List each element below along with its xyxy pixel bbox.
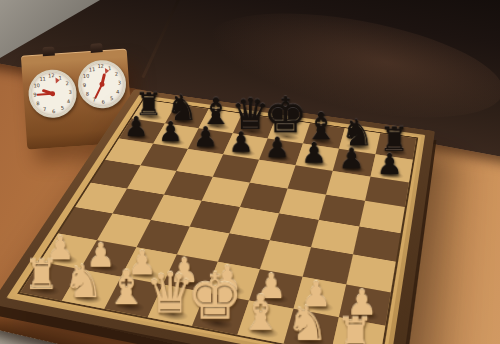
piece-black-pawn[interactable]: ♟ <box>158 118 183 145</box>
piece-white-bishop[interactable]: ♝ <box>105 265 147 312</box>
square-f7[interactable]: ♟ <box>296 144 339 171</box>
square-h7[interactable]: ♟ <box>371 154 413 182</box>
piece-white-knight[interactable]: ♞ <box>286 299 329 344</box>
piece-white-king[interactable]: ♚ <box>186 266 243 330</box>
board-grid: ♜♞♝♛♚♝♞♜♟♟♟♟♟♟♟♟♟♟♟♟♟♟♟♟♜♞♝♛♚♝♞♜ <box>20 100 416 344</box>
square-h6[interactable] <box>365 177 409 207</box>
piece-black-pawn[interactable]: ♟ <box>229 129 254 157</box>
piece-black-pawn[interactable]: ♟ <box>302 139 327 167</box>
square-g7[interactable]: ♟ <box>333 149 376 177</box>
square-g1[interactable]: ♞ <box>284 309 339 344</box>
board-perspective: ♜♞♝♛♚♝♞♜♟♟♟♟♟♟♟♟♟♟♟♟♟♟♟♟♜♞♝♛♚♝♞♜ <box>0 0 500 344</box>
piece-white-rook[interactable]: ♜ <box>23 255 59 296</box>
piece-black-pawn[interactable]: ♟ <box>193 123 218 151</box>
piece-black-pawn[interactable]: ♟ <box>377 150 403 179</box>
square-g6[interactable] <box>326 171 371 201</box>
piece-black-pawn[interactable]: ♟ <box>339 145 365 174</box>
piece-black-pawn[interactable]: ♟ <box>124 113 148 140</box>
piece-white-bishop[interactable]: ♝ <box>239 289 283 338</box>
board-border: ♜♞♝♛♚♝♞♜♟♟♟♟♟♟♟♟♟♟♟♟♟♟♟♟♜♞♝♛♚♝♞♜ <box>6 95 425 344</box>
chess-board: ♜♞♝♛♚♝♞♜♟♟♟♟♟♟♟♟♟♟♟♟♟♟♟♟♜♞♝♛♚♝♞♜ <box>0 89 435 344</box>
piece-white-rook[interactable]: ♜ <box>336 313 375 344</box>
piece-white-knight[interactable]: ♞ <box>63 258 104 304</box>
piece-black-pawn[interactable]: ♟ <box>265 134 290 162</box>
